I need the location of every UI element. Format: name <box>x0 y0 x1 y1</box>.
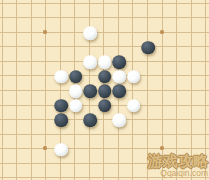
board-cell <box>118 134 133 149</box>
board-cell <box>205 17 209 32</box>
board-cell <box>118 32 133 47</box>
board-cell <box>162 32 177 47</box>
board-cell <box>191 17 206 32</box>
board-cell <box>16 163 31 178</box>
board-cell <box>89 3 104 18</box>
board-cell <box>31 163 46 178</box>
stone-black <box>142 41 156 55</box>
board-cell <box>147 75 162 90</box>
board-cell <box>176 75 191 90</box>
board-cell <box>45 163 60 178</box>
board-cell <box>205 90 209 105</box>
board-cell <box>176 17 191 32</box>
board-cell <box>103 177 118 180</box>
stone-white <box>112 70 126 84</box>
board-cell <box>205 105 209 120</box>
board-cell <box>132 17 147 32</box>
board-cell <box>45 32 60 47</box>
board-cell <box>60 17 75 32</box>
board-cell <box>2 119 17 134</box>
board-cell <box>162 75 177 90</box>
board-cell <box>162 90 177 105</box>
board-cell <box>31 90 46 105</box>
stone-white <box>127 99 141 113</box>
board-cell <box>45 46 60 61</box>
board-cell <box>147 61 162 76</box>
star-point <box>160 146 164 150</box>
stone-black <box>112 55 126 69</box>
stone-white <box>127 70 141 84</box>
board-cell <box>74 134 89 149</box>
board-cell <box>132 119 147 134</box>
stone-white <box>69 99 83 113</box>
board-cell <box>16 75 31 90</box>
board-cell <box>162 105 177 120</box>
stone-black <box>112 85 126 99</box>
board-cell <box>205 32 209 47</box>
board-cell <box>132 163 147 178</box>
board-cell <box>60 46 75 61</box>
board-cell <box>191 119 206 134</box>
board-cell <box>162 119 177 134</box>
stone-white <box>98 55 112 69</box>
board-cell <box>191 32 206 47</box>
board-cell <box>89 163 104 178</box>
board-cell <box>2 17 17 32</box>
board-cell <box>176 90 191 105</box>
board-cell <box>31 177 46 180</box>
board-cell <box>103 3 118 18</box>
board-cell <box>162 61 177 76</box>
board-cell <box>191 90 206 105</box>
board-cell <box>132 177 147 180</box>
stone-black <box>69 70 83 84</box>
board-cell <box>74 148 89 163</box>
board-cell <box>2 134 17 149</box>
stone-black <box>98 99 112 113</box>
stone-white <box>83 55 97 69</box>
board-cell <box>132 148 147 163</box>
board-cell <box>103 32 118 47</box>
board-cell <box>2 46 17 61</box>
board-cell <box>31 105 46 120</box>
board-cell <box>45 3 60 18</box>
board-cell <box>191 105 206 120</box>
board-cell <box>31 46 46 61</box>
board-cell <box>2 163 17 178</box>
board-cell <box>205 61 209 76</box>
board-cell <box>176 105 191 120</box>
board-cell <box>132 3 147 18</box>
board-cell <box>191 3 206 18</box>
stone-white <box>54 70 68 84</box>
board-cell <box>118 163 133 178</box>
board-cell <box>2 177 17 180</box>
stone-black <box>54 99 68 113</box>
board-cell <box>60 163 75 178</box>
board-cell <box>176 46 191 61</box>
board-cell <box>89 148 104 163</box>
board-cell <box>31 61 46 76</box>
board-cell <box>205 46 209 61</box>
stone-white <box>54 143 68 157</box>
board-cell <box>147 105 162 120</box>
board-cell <box>176 3 191 18</box>
board-cell <box>147 3 162 18</box>
board-cell <box>103 134 118 149</box>
board-cell <box>89 177 104 180</box>
stone-black <box>98 85 112 99</box>
board-cell <box>176 32 191 47</box>
board-cell <box>162 46 177 61</box>
board-cell <box>205 119 209 134</box>
board-cell <box>16 3 31 18</box>
watermark: 游戏攻略 Qqaiqin.com <box>148 153 208 178</box>
board-cell <box>103 163 118 178</box>
board-cell <box>31 75 46 90</box>
star-point <box>160 30 164 34</box>
watermark-title: 游戏攻略 <box>148 153 208 169</box>
board-cell <box>162 17 177 32</box>
board-cell <box>205 3 209 18</box>
board-cell <box>147 90 162 105</box>
board-cell <box>2 148 17 163</box>
board-cell <box>162 3 177 18</box>
board-cell <box>147 119 162 134</box>
board-cell <box>60 177 75 180</box>
board-cell <box>103 17 118 32</box>
board-cell <box>176 119 191 134</box>
board-cell <box>2 61 17 76</box>
board-cell <box>60 3 75 18</box>
board-cell <box>132 134 147 149</box>
board-cell <box>176 134 191 149</box>
board-cell <box>16 61 31 76</box>
stone-white <box>112 114 126 128</box>
board-cell <box>16 32 31 47</box>
board-cell <box>191 75 206 90</box>
board-cell <box>191 134 206 149</box>
board-cell <box>2 90 17 105</box>
gomoku-board[interactable]: 游戏攻略 Qqaiqin.com <box>0 0 209 180</box>
board-cell <box>191 61 206 76</box>
board-cell <box>16 105 31 120</box>
stone-white <box>83 26 97 40</box>
board-cell <box>2 32 17 47</box>
board-cell <box>118 17 133 32</box>
stone-black <box>83 85 97 99</box>
board-cell <box>16 177 31 180</box>
board-cell <box>16 90 31 105</box>
star-point <box>43 30 47 34</box>
board-cell <box>31 119 46 134</box>
board-cell <box>45 17 60 32</box>
board-cell <box>2 75 17 90</box>
board-cell <box>31 3 46 18</box>
board-cell <box>74 163 89 178</box>
stone-white <box>69 85 83 99</box>
board-cell <box>118 3 133 18</box>
board-cell <box>205 75 209 90</box>
board-cell <box>16 46 31 61</box>
stone-black <box>83 114 97 128</box>
board-cell <box>60 32 75 47</box>
board-cell <box>31 148 46 163</box>
stone-black <box>98 70 112 84</box>
board-cell <box>205 134 209 149</box>
board-cell <box>16 119 31 134</box>
board-cell <box>162 134 177 149</box>
board-cell <box>74 3 89 18</box>
board-cell <box>89 134 104 149</box>
board-cell <box>176 61 191 76</box>
watermark-site: Qqaiqin.com <box>148 169 208 178</box>
board-cell <box>103 148 118 163</box>
board-cell <box>2 3 17 18</box>
board-cell <box>2 105 17 120</box>
star-point <box>43 146 47 150</box>
board-cell <box>16 17 31 32</box>
stone-black <box>54 114 68 128</box>
board-cell <box>16 148 31 163</box>
board-cell <box>118 148 133 163</box>
board-cell <box>45 177 60 180</box>
board-cell <box>16 134 31 149</box>
board-cell <box>74 177 89 180</box>
board-cell <box>118 177 133 180</box>
board-cell <box>31 32 46 47</box>
board-cell <box>191 46 206 61</box>
